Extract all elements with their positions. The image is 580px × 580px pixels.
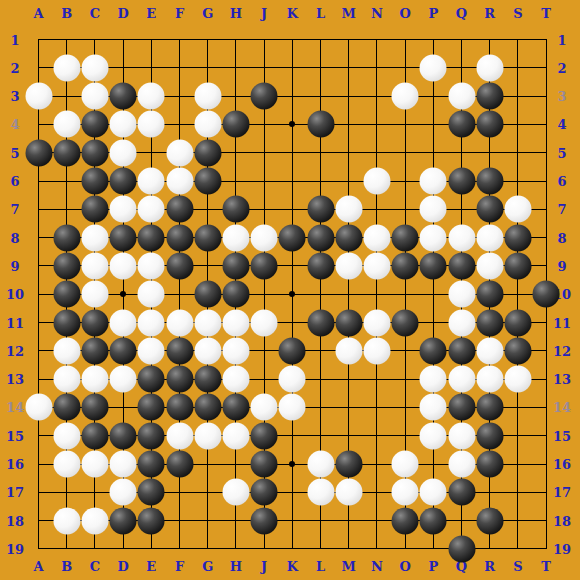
white-stone-R12: [476, 337, 503, 364]
coord-row-right-19: 19: [553, 541, 571, 556]
black-stone-S8: [504, 224, 531, 251]
coord-row-right-16: 16: [553, 457, 571, 472]
black-stone-D18: [110, 507, 137, 534]
black-stone-E16: [138, 451, 165, 478]
white-stone-B18: [53, 507, 80, 534]
white-stone-D4: [110, 111, 137, 138]
coord-row-right-12: 12: [553, 343, 571, 358]
coord-row-left-18: 18: [6, 513, 24, 528]
white-stone-F6: [166, 168, 193, 195]
black-stone-P9: [420, 252, 447, 279]
coord-col-bottom-E: E: [146, 559, 156, 574]
black-stone-Q12: [448, 337, 475, 364]
black-stone-L11: [307, 309, 334, 336]
coord-row-left-17: 17: [6, 485, 24, 500]
white-stone-Q15: [448, 422, 475, 449]
black-stone-C14: [81, 394, 108, 421]
black-stone-R10: [476, 281, 503, 308]
coord-col-top-S: S: [513, 6, 522, 21]
white-stone-O3: [392, 83, 419, 110]
coord-col-top-G: G: [202, 6, 213, 21]
white-stone-G12: [194, 337, 221, 364]
coord-row-left-15: 15: [6, 428, 24, 443]
white-stone-S7: [504, 196, 531, 223]
white-stone-P14: [420, 394, 447, 421]
black-stone-G8: [194, 224, 221, 251]
coord-col-bottom-R: R: [484, 559, 495, 574]
black-stone-Q9: [448, 252, 475, 279]
black-stone-F8: [166, 224, 193, 251]
black-stone-E14: [138, 394, 165, 421]
white-stone-F5: [166, 139, 193, 166]
coord-col-top-C: C: [90, 6, 100, 21]
coord-row-right-9: 9: [557, 258, 566, 273]
white-stone-B15: [53, 422, 80, 449]
white-stone-M9: [335, 252, 362, 279]
black-stone-F7: [166, 196, 193, 223]
white-stone-R13: [476, 366, 503, 393]
white-stone-D5: [110, 139, 137, 166]
star-point-K4: [289, 121, 295, 127]
coord-row-left-9: 9: [10, 258, 19, 273]
white-stone-E7: [138, 196, 165, 223]
white-stone-G15: [194, 422, 221, 449]
black-stone-D15: [110, 422, 137, 449]
grid-vline: [38, 39, 39, 549]
coord-row-right-11: 11: [553, 315, 571, 330]
black-stone-H7: [222, 196, 249, 223]
coord-col-bottom-N: N: [371, 559, 383, 574]
white-stone-C9: [81, 252, 108, 279]
white-stone-E4: [138, 111, 165, 138]
black-stone-B10: [53, 281, 80, 308]
coord-col-top-O: O: [399, 6, 410, 21]
black-stone-J18: [251, 507, 278, 534]
black-stone-F12: [166, 337, 193, 364]
coord-col-bottom-O: O: [399, 559, 410, 574]
coord-col-top-B: B: [61, 6, 72, 21]
coord-row-left-2: 2: [10, 60, 19, 75]
black-stone-H9: [222, 252, 249, 279]
white-stone-E9: [138, 252, 165, 279]
coord-col-bottom-F: F: [175, 559, 184, 574]
black-stone-Q17: [448, 479, 475, 506]
black-stone-F16: [166, 451, 193, 478]
grid-vline: [376, 39, 377, 549]
black-stone-Q19: [448, 535, 475, 562]
white-stone-J8: [251, 224, 278, 251]
black-stone-Q6: [448, 168, 475, 195]
white-stone-B4: [53, 111, 80, 138]
black-stone-C11: [81, 309, 108, 336]
black-stone-E18: [138, 507, 165, 534]
coord-row-left-12: 12: [6, 343, 24, 358]
coord-col-top-R: R: [484, 6, 495, 21]
white-stone-Q11: [448, 309, 475, 336]
coord-col-bottom-G: G: [202, 559, 213, 574]
black-stone-R6: [476, 168, 503, 195]
white-stone-G3: [194, 83, 221, 110]
coord-col-top-L: L: [316, 6, 325, 21]
white-stone-C16: [81, 451, 108, 478]
white-stone-P7: [420, 196, 447, 223]
white-stone-Q16: [448, 451, 475, 478]
white-stone-B2: [53, 54, 80, 81]
black-stone-L7: [307, 196, 334, 223]
black-stone-G6: [194, 168, 221, 195]
black-stone-C4: [81, 111, 108, 138]
grid-vline: [433, 39, 434, 549]
white-stone-Q10: [448, 281, 475, 308]
coord-row-left-16: 16: [6, 457, 24, 472]
white-stone-R2: [476, 54, 503, 81]
white-stone-O17: [392, 479, 419, 506]
white-stone-D13: [110, 366, 137, 393]
coord-row-right-5: 5: [557, 145, 566, 160]
coord-row-right-17: 17: [553, 485, 571, 500]
black-stone-D3: [110, 83, 137, 110]
black-stone-T10: [533, 281, 560, 308]
black-stone-E17: [138, 479, 165, 506]
white-stone-E11: [138, 309, 165, 336]
white-stone-C3: [81, 83, 108, 110]
black-stone-E13: [138, 366, 165, 393]
coord-col-top-F: F: [175, 6, 184, 21]
black-stone-B9: [53, 252, 80, 279]
coord-row-right-18: 18: [553, 513, 571, 528]
white-stone-R8: [476, 224, 503, 251]
coord-row-right-2: 2: [557, 60, 566, 75]
white-stone-B12: [53, 337, 80, 364]
black-stone-R15: [476, 422, 503, 449]
white-stone-E6: [138, 168, 165, 195]
black-stone-S9: [504, 252, 531, 279]
coord-row-left-7: 7: [10, 202, 19, 217]
black-stone-E8: [138, 224, 165, 251]
white-stone-A3: [25, 83, 52, 110]
black-stone-G5: [194, 139, 221, 166]
black-stone-M16: [335, 451, 362, 478]
white-stone-N6: [363, 168, 390, 195]
black-stone-C6: [81, 168, 108, 195]
star-point-D10: [120, 291, 126, 297]
white-stone-M17: [335, 479, 362, 506]
white-stone-N11: [363, 309, 390, 336]
white-stone-R9: [476, 252, 503, 279]
coord-col-bottom-A: A: [33, 559, 43, 574]
coord-col-bottom-T: T: [541, 559, 551, 574]
black-stone-J3: [251, 83, 278, 110]
coord-col-bottom-D: D: [117, 559, 128, 574]
coord-col-bottom-M: M: [341, 559, 355, 574]
white-stone-J14: [251, 394, 278, 421]
coord-row-left-6: 6: [10, 174, 19, 189]
coord-row-left-5: 5: [10, 145, 19, 160]
black-stone-E15: [138, 422, 165, 449]
black-stone-C15: [81, 422, 108, 449]
black-stone-O11: [392, 309, 419, 336]
black-stone-O8: [392, 224, 419, 251]
coord-col-bottom-P: P: [428, 559, 438, 574]
coord-row-right-8: 8: [557, 230, 566, 245]
black-stone-D8: [110, 224, 137, 251]
black-stone-D12: [110, 337, 137, 364]
black-stone-M8: [335, 224, 362, 251]
coord-row-right-7: 7: [557, 202, 566, 217]
grid-vline: [517, 39, 518, 549]
white-stone-F11: [166, 309, 193, 336]
black-stone-B5: [53, 139, 80, 166]
white-stone-C2: [81, 54, 108, 81]
black-stone-C7: [81, 196, 108, 223]
coord-row-left-10: 10: [6, 287, 24, 302]
coord-col-top-P: P: [428, 6, 438, 21]
black-stone-F13: [166, 366, 193, 393]
coord-col-top-T: T: [541, 6, 551, 21]
white-stone-C10: [81, 281, 108, 308]
white-stone-Q8: [448, 224, 475, 251]
coord-row-left-1: 1: [10, 32, 19, 47]
coord-row-right-15: 15: [553, 428, 571, 443]
black-stone-F9: [166, 252, 193, 279]
black-stone-G14: [194, 394, 221, 421]
coord-col-top-N: N: [371, 6, 383, 21]
white-stone-A14: [25, 394, 52, 421]
white-stone-K13: [279, 366, 306, 393]
black-stone-R7: [476, 196, 503, 223]
white-stone-D9: [110, 252, 137, 279]
coord-row-left-4: 4: [10, 117, 19, 132]
black-stone-R18: [476, 507, 503, 534]
black-stone-R11: [476, 309, 503, 336]
white-stone-M7: [335, 196, 362, 223]
white-stone-H15: [222, 422, 249, 449]
white-stone-D17: [110, 479, 137, 506]
black-stone-H14: [222, 394, 249, 421]
white-stone-N8: [363, 224, 390, 251]
black-stone-S12: [504, 337, 531, 364]
white-stone-P2: [420, 54, 447, 81]
black-stone-L8: [307, 224, 334, 251]
white-stone-S13: [504, 366, 531, 393]
black-stone-P12: [420, 337, 447, 364]
white-stone-G4: [194, 111, 221, 138]
white-stone-H12: [222, 337, 249, 364]
black-stone-B8: [53, 224, 80, 251]
black-stone-B11: [53, 309, 80, 336]
coord-row-left-3: 3: [10, 89, 19, 104]
white-stone-P13: [420, 366, 447, 393]
coord-col-bottom-J: J: [261, 559, 267, 574]
black-stone-Q14: [448, 394, 475, 421]
coord-row-left-19: 19: [6, 541, 24, 556]
star-point-K16: [289, 461, 295, 467]
white-stone-E12: [138, 337, 165, 364]
black-stone-R4: [476, 111, 503, 138]
white-stone-N12: [363, 337, 390, 364]
black-stone-J16: [251, 451, 278, 478]
coord-row-right-13: 13: [553, 372, 571, 387]
white-stone-G11: [194, 309, 221, 336]
coord-row-right-6: 6: [557, 174, 566, 189]
white-stone-O16: [392, 451, 419, 478]
coord-col-bottom-B: B: [61, 559, 72, 574]
coord-row-left-11: 11: [6, 315, 24, 330]
black-stone-O18: [392, 507, 419, 534]
white-stone-Q3: [448, 83, 475, 110]
white-stone-B13: [53, 366, 80, 393]
white-stone-P6: [420, 168, 447, 195]
coord-col-top-M: M: [341, 6, 355, 21]
coord-row-left-13: 13: [6, 372, 24, 387]
coord-row-right-3: 3: [557, 89, 566, 104]
white-stone-D7: [110, 196, 137, 223]
black-stone-A5: [25, 139, 52, 166]
black-stone-H10: [222, 281, 249, 308]
white-stone-K14: [279, 394, 306, 421]
black-stone-R14: [476, 394, 503, 421]
black-stone-J15: [251, 422, 278, 449]
coord-row-left-14: 14: [6, 400, 24, 415]
black-stone-S11: [504, 309, 531, 336]
coord-col-bottom-C: C: [90, 559, 100, 574]
white-stone-C13: [81, 366, 108, 393]
coord-col-top-E: E: [146, 6, 156, 21]
black-stone-L4: [307, 111, 334, 138]
white-stone-H17: [222, 479, 249, 506]
coord-row-left-8: 8: [10, 230, 19, 245]
white-stone-P8: [420, 224, 447, 251]
coord-row-right-14: 14: [553, 400, 571, 415]
coord-col-top-A: A: [33, 6, 43, 21]
black-stone-L9: [307, 252, 334, 279]
coord-row-right-1: 1: [557, 32, 566, 47]
white-stone-E10: [138, 281, 165, 308]
black-stone-D6: [110, 168, 137, 195]
white-stone-H11: [222, 309, 249, 336]
coord-col-bottom-L: L: [316, 559, 325, 574]
white-stone-M12: [335, 337, 362, 364]
white-stone-D16: [110, 451, 137, 478]
white-stone-L17: [307, 479, 334, 506]
coord-col-top-K: K: [287, 6, 298, 21]
black-stone-R16: [476, 451, 503, 478]
black-stone-K12: [279, 337, 306, 364]
black-stone-Q4: [448, 111, 475, 138]
white-stone-P15: [420, 422, 447, 449]
star-point-K10: [289, 291, 295, 297]
white-stone-E3: [138, 83, 165, 110]
black-stone-H4: [222, 111, 249, 138]
black-stone-G13: [194, 366, 221, 393]
white-stone-H8: [222, 224, 249, 251]
coord-col-bottom-S: S: [513, 559, 522, 574]
white-stone-N9: [363, 252, 390, 279]
white-stone-F15: [166, 422, 193, 449]
white-stone-C8: [81, 224, 108, 251]
coord-col-top-Q: Q: [456, 6, 467, 21]
coord-row-right-4: 4: [557, 117, 566, 132]
black-stone-C5: [81, 139, 108, 166]
white-stone-B16: [53, 451, 80, 478]
white-stone-Q13: [448, 366, 475, 393]
black-stone-M11: [335, 309, 362, 336]
white-stone-L16: [307, 451, 334, 478]
black-stone-P18: [420, 507, 447, 534]
white-stone-C18: [81, 507, 108, 534]
black-stone-R3: [476, 83, 503, 110]
coord-col-bottom-H: H: [230, 559, 242, 574]
black-stone-O9: [392, 252, 419, 279]
black-stone-K8: [279, 224, 306, 251]
white-stone-H13: [222, 366, 249, 393]
white-stone-D11: [110, 309, 137, 336]
white-stone-P17: [420, 479, 447, 506]
go-board[interactable]: AABBCCDDEEFFGGHHJJKKLLMMNNOOPPQQRRSSTT11…: [0, 0, 580, 580]
black-stone-F14: [166, 394, 193, 421]
black-stone-G10: [194, 281, 221, 308]
black-stone-J17: [251, 479, 278, 506]
coord-col-top-D: D: [117, 6, 128, 21]
coord-col-top-H: H: [230, 6, 242, 21]
coord-col-top-J: J: [261, 6, 267, 21]
white-stone-J11: [251, 309, 278, 336]
black-stone-C12: [81, 337, 108, 364]
black-stone-B14: [53, 394, 80, 421]
coord-col-bottom-K: K: [287, 559, 298, 574]
black-stone-J9: [251, 252, 278, 279]
